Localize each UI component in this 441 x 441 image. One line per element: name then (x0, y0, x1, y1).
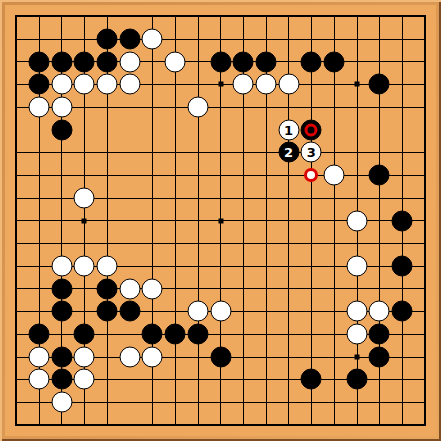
intersection (5, 300, 28, 323)
marked-point-circle (304, 168, 318, 182)
intersection (187, 300, 210, 323)
intersection (300, 118, 323, 141)
intersection (50, 277, 73, 300)
intersection (5, 391, 28, 414)
intersection (164, 323, 187, 346)
intersection (345, 277, 368, 300)
intersection (413, 96, 436, 119)
black-stone (392, 255, 413, 276)
white-stone (255, 74, 276, 95)
intersection (277, 209, 300, 232)
intersection (368, 323, 391, 346)
intersection (368, 118, 391, 141)
intersection (118, 96, 141, 119)
intersection (5, 323, 28, 346)
intersection (368, 5, 391, 28)
intersection (118, 277, 141, 300)
black-stone (74, 323, 95, 344)
intersection (5, 277, 28, 300)
intersection (187, 5, 210, 28)
white-stone (142, 29, 163, 50)
intersection (96, 232, 119, 255)
intersection (255, 300, 278, 323)
intersection (413, 368, 436, 391)
intersection (277, 323, 300, 346)
intersection (232, 391, 255, 414)
intersection (50, 300, 73, 323)
intersection (413, 300, 436, 323)
intersection (118, 118, 141, 141)
black-stone (97, 51, 118, 72)
intersection (118, 413, 141, 436)
white-stone (74, 346, 95, 367)
intersection (164, 164, 187, 187)
intersection (345, 5, 368, 28)
intersection (118, 5, 141, 28)
intersection (345, 345, 368, 368)
intersection (164, 277, 187, 300)
intersection (413, 277, 436, 300)
white-stone (346, 301, 367, 322)
intersection (345, 187, 368, 210)
intersection (391, 323, 414, 346)
white-stone (210, 301, 231, 322)
intersection (300, 413, 323, 436)
intersection (5, 50, 28, 73)
intersection (368, 300, 391, 323)
intersection (187, 50, 210, 73)
intersection (50, 368, 73, 391)
intersection (345, 141, 368, 164)
intersection (209, 391, 232, 414)
intersection (118, 164, 141, 187)
intersection (118, 28, 141, 51)
white-stone (51, 392, 72, 413)
intersection (413, 413, 436, 436)
intersection (50, 255, 73, 278)
black-stone (210, 51, 231, 72)
intersection (141, 5, 164, 28)
intersection (391, 232, 414, 255)
black-stone (119, 301, 140, 322)
white-stone (346, 323, 367, 344)
intersection (209, 323, 232, 346)
intersection (232, 209, 255, 232)
intersection (187, 187, 210, 210)
intersection (5, 345, 28, 368)
intersection (164, 28, 187, 51)
intersection (5, 255, 28, 278)
black-stone (392, 210, 413, 231)
intersection (187, 164, 210, 187)
intersection (141, 255, 164, 278)
intersection (255, 368, 278, 391)
intersection (209, 28, 232, 51)
intersection (5, 73, 28, 96)
intersection (345, 323, 368, 346)
intersection (232, 413, 255, 436)
intersection (164, 232, 187, 255)
intersection (300, 5, 323, 28)
intersection (277, 345, 300, 368)
intersection (391, 187, 414, 210)
intersection (277, 368, 300, 391)
intersection (50, 164, 73, 187)
intersection (277, 413, 300, 436)
intersection (277, 73, 300, 96)
intersection (368, 277, 391, 300)
intersection (368, 50, 391, 73)
intersection (5, 141, 28, 164)
intersection (73, 277, 96, 300)
intersection (141, 323, 164, 346)
intersection (300, 209, 323, 232)
white-stone (165, 51, 186, 72)
intersection (164, 141, 187, 164)
intersection (345, 28, 368, 51)
black-stone (97, 278, 118, 299)
intersection (28, 28, 51, 51)
intersection (28, 73, 51, 96)
intersection (209, 50, 232, 73)
intersection (300, 73, 323, 96)
intersection (118, 300, 141, 323)
intersection (5, 28, 28, 51)
intersection (323, 413, 346, 436)
intersection (5, 413, 28, 436)
white-stone (233, 74, 254, 95)
intersection (28, 323, 51, 346)
intersection (141, 164, 164, 187)
intersection (232, 187, 255, 210)
black-stone (51, 278, 72, 299)
intersection (28, 413, 51, 436)
intersection (73, 255, 96, 278)
intersection (73, 5, 96, 28)
intersection (368, 391, 391, 414)
intersection (413, 141, 436, 164)
intersection (73, 368, 96, 391)
intersection (164, 118, 187, 141)
intersection (96, 345, 119, 368)
intersection (50, 345, 73, 368)
black-stone (301, 369, 322, 390)
intersection (391, 300, 414, 323)
intersection (413, 232, 436, 255)
black-stone (255, 51, 276, 72)
intersection (368, 345, 391, 368)
intersection (5, 164, 28, 187)
intersection (141, 187, 164, 210)
white-stone (369, 301, 390, 322)
intersection (209, 413, 232, 436)
intersection (96, 255, 119, 278)
intersection (5, 5, 28, 28)
intersection (277, 96, 300, 119)
intersection (232, 345, 255, 368)
intersection (391, 73, 414, 96)
white-stone (346, 210, 367, 231)
intersection (141, 277, 164, 300)
intersection (141, 300, 164, 323)
intersection (391, 96, 414, 119)
black-stone (392, 301, 413, 322)
black-stone (301, 119, 322, 140)
intersection (209, 141, 232, 164)
intersection (300, 277, 323, 300)
intersection (345, 368, 368, 391)
intersection (391, 50, 414, 73)
intersection (368, 73, 391, 96)
intersection (345, 413, 368, 436)
intersection (255, 323, 278, 346)
intersection (50, 323, 73, 346)
intersection (164, 209, 187, 232)
black-stone (51, 51, 72, 72)
intersection (28, 345, 51, 368)
intersection (28, 118, 51, 141)
intersection (96, 50, 119, 73)
intersection (413, 323, 436, 346)
intersection (255, 277, 278, 300)
intersection (209, 300, 232, 323)
intersection (232, 118, 255, 141)
black-stone (29, 323, 50, 344)
intersection (50, 141, 73, 164)
intersection (323, 5, 346, 28)
white-stone (51, 97, 72, 118)
black-stone (301, 51, 322, 72)
black-stone (97, 301, 118, 322)
intersection (255, 164, 278, 187)
intersection (323, 209, 346, 232)
intersection (413, 73, 436, 96)
intersection (50, 73, 73, 96)
intersection (323, 300, 346, 323)
black-stone (51, 346, 72, 367)
white-stone (142, 346, 163, 367)
intersection (73, 164, 96, 187)
intersection (96, 209, 119, 232)
intersection (255, 413, 278, 436)
intersection (209, 277, 232, 300)
intersection (300, 323, 323, 346)
move-number: 2 (284, 146, 293, 159)
intersection (187, 141, 210, 164)
intersection (141, 391, 164, 414)
intersection (50, 50, 73, 73)
white-stone (29, 346, 50, 367)
intersection (277, 50, 300, 73)
intersection (232, 73, 255, 96)
intersection (141, 141, 164, 164)
intersection (28, 232, 51, 255)
intersection (368, 187, 391, 210)
black-stone (29, 51, 50, 72)
white-stone (142, 278, 163, 299)
intersection (73, 209, 96, 232)
intersection (232, 277, 255, 300)
black-stone (51, 369, 72, 390)
intersection (187, 96, 210, 119)
intersection (255, 28, 278, 51)
intersection (96, 73, 119, 96)
intersection (391, 118, 414, 141)
intersection (164, 187, 187, 210)
intersection (118, 50, 141, 73)
intersection (164, 368, 187, 391)
intersection (255, 345, 278, 368)
intersection (50, 28, 73, 51)
black-stone (346, 369, 367, 390)
intersection (232, 323, 255, 346)
intersection (5, 118, 28, 141)
white-stone (187, 301, 208, 322)
intersection (28, 277, 51, 300)
intersection (96, 277, 119, 300)
intersection (323, 323, 346, 346)
intersection (96, 391, 119, 414)
intersection (391, 255, 414, 278)
intersection (141, 28, 164, 51)
black-stone (51, 119, 72, 140)
intersection (413, 391, 436, 414)
intersection (255, 141, 278, 164)
intersection (96, 368, 119, 391)
intersection (73, 300, 96, 323)
intersection (345, 164, 368, 187)
intersection (232, 5, 255, 28)
intersection (300, 50, 323, 73)
intersection (187, 323, 210, 346)
intersection (232, 96, 255, 119)
intersection (28, 391, 51, 414)
intersection (255, 118, 278, 141)
intersection (232, 300, 255, 323)
intersection (232, 164, 255, 187)
intersection (28, 141, 51, 164)
intersection (368, 255, 391, 278)
intersection (323, 368, 346, 391)
intersection (96, 413, 119, 436)
intersection (300, 255, 323, 278)
intersection (73, 141, 96, 164)
intersection (413, 345, 436, 368)
intersection (413, 209, 436, 232)
intersection (391, 277, 414, 300)
intersection (277, 277, 300, 300)
intersection (255, 5, 278, 28)
intersection (323, 232, 346, 255)
intersection (96, 5, 119, 28)
white-stone (187, 97, 208, 118)
black-stone: 2 (278, 142, 299, 163)
intersection (255, 96, 278, 119)
white-stone (29, 97, 50, 118)
intersection (187, 345, 210, 368)
intersection (255, 255, 278, 278)
intersection (141, 50, 164, 73)
intersection (73, 232, 96, 255)
intersection (368, 28, 391, 51)
intersection (413, 5, 436, 28)
black-stone (323, 51, 344, 72)
intersection (277, 187, 300, 210)
white-stone (51, 74, 72, 95)
intersection (323, 118, 346, 141)
white-stone (119, 74, 140, 95)
intersection (345, 209, 368, 232)
move-number: 1 (284, 123, 293, 136)
go-board: 123 (0, 0, 441, 441)
black-stone (29, 74, 50, 95)
intersection (96, 164, 119, 187)
intersection (368, 232, 391, 255)
intersection (232, 50, 255, 73)
intersection (368, 209, 391, 232)
intersection (28, 50, 51, 73)
intersection (413, 255, 436, 278)
intersection (209, 96, 232, 119)
intersection (118, 187, 141, 210)
black-stone (369, 74, 390, 95)
intersection (141, 73, 164, 96)
white-stone (323, 165, 344, 186)
white-stone (119, 346, 140, 367)
black-stone (187, 323, 208, 344)
intersection (209, 255, 232, 278)
intersection (28, 209, 51, 232)
intersection (300, 345, 323, 368)
intersection (345, 232, 368, 255)
intersection (255, 391, 278, 414)
intersection (323, 141, 346, 164)
intersection (413, 50, 436, 73)
intersection (391, 391, 414, 414)
intersection (50, 118, 73, 141)
board-field: 123 (5, 5, 436, 436)
intersection (368, 413, 391, 436)
white-stone (97, 74, 118, 95)
intersection (300, 391, 323, 414)
intersection (164, 96, 187, 119)
white-stone (51, 255, 72, 276)
intersection (141, 209, 164, 232)
intersection (255, 50, 278, 73)
intersection (391, 164, 414, 187)
intersection (300, 232, 323, 255)
white-stone (74, 74, 95, 95)
intersection (232, 232, 255, 255)
intersection (209, 73, 232, 96)
intersection (323, 164, 346, 187)
intersection: 1 (277, 118, 300, 141)
intersection (50, 96, 73, 119)
intersection (232, 28, 255, 51)
white-stone: 1 (278, 119, 299, 140)
intersection (164, 300, 187, 323)
intersection (28, 96, 51, 119)
intersection (141, 345, 164, 368)
intersection (209, 118, 232, 141)
intersection (345, 300, 368, 323)
white-stone (97, 255, 118, 276)
intersection (118, 255, 141, 278)
intersection (96, 96, 119, 119)
intersection (187, 28, 210, 51)
intersection (277, 5, 300, 28)
intersection (391, 141, 414, 164)
